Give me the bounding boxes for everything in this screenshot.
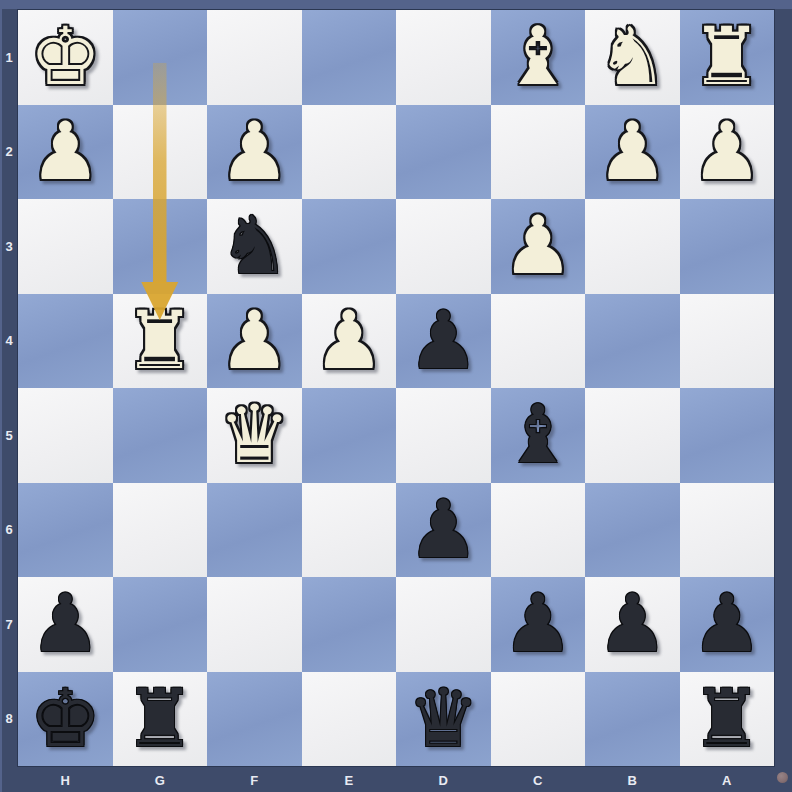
black-pawn-a7[interactable]: ♟ [691,577,763,672]
square-b8[interactable] [585,672,680,767]
square-g6[interactable] [113,483,208,578]
square-d6[interactable]: ♟ [396,483,491,578]
file-label-a: A [680,767,775,792]
square-b2[interactable]: ♟ [585,105,680,200]
white-rook-a1[interactable]: ♜ [691,10,763,105]
square-h1[interactable]: ♚ [18,10,113,105]
square-g4[interactable]: ♜ [113,294,208,389]
file-label-g: G [113,767,208,792]
square-b1[interactable]: ♞ [585,10,680,105]
white-pawn-h2[interactable]: ♟ [29,105,101,200]
square-g5[interactable] [113,388,208,483]
square-h7[interactable]: ♟ [18,577,113,672]
rank-label-4: 4 [0,294,18,389]
square-a4[interactable] [680,294,775,389]
rank-label-8: 8 [0,672,18,767]
square-b4[interactable] [585,294,680,389]
file-label-h: H [18,767,113,792]
white-pawn-f4[interactable]: ♟ [218,294,290,389]
square-e5[interactable] [302,388,397,483]
rank-label-3: 3 [0,199,18,294]
square-d3[interactable] [396,199,491,294]
square-b6[interactable] [585,483,680,578]
black-pawn-h7[interactable]: ♟ [29,577,101,672]
black-rook-a8[interactable]: ♜ [691,672,763,767]
white-bishop-c1[interactable]: ♝ [502,10,574,105]
square-d2[interactable] [396,105,491,200]
square-e6[interactable] [302,483,397,578]
white-rook-g4[interactable]: ♜ [124,294,196,389]
square-d4[interactable]: ♟ [396,294,491,389]
black-queen-d8[interactable]: ♛ [407,672,479,767]
chess-board[interactable]: ♚♝♞♜♟♟♟♟♞♟♜♟♟♟♛♝♟♟♟♟♟♚♜♛♜ [18,10,774,766]
square-e2[interactable] [302,105,397,200]
square-a3[interactable] [680,199,775,294]
square-c6[interactable] [491,483,586,578]
rank-label-6: 6 [0,483,18,578]
square-g7[interactable] [113,577,208,672]
square-d1[interactable] [396,10,491,105]
square-h8[interactable]: ♚ [18,672,113,767]
square-c5[interactable]: ♝ [491,388,586,483]
rank-label-1: 1 [0,10,18,105]
square-f8[interactable] [207,672,302,767]
black-pawn-d6[interactable]: ♟ [407,483,479,578]
square-e3[interactable] [302,199,397,294]
square-g3[interactable] [113,199,208,294]
rank-label-2: 2 [0,105,18,200]
square-h6[interactable] [18,483,113,578]
watermark-dot [777,772,788,783]
file-label-b: B [585,767,680,792]
square-c7[interactable]: ♟ [491,577,586,672]
square-e8[interactable] [302,672,397,767]
square-a6[interactable] [680,483,775,578]
white-pawn-e4[interactable]: ♟ [313,294,385,389]
square-d7[interactable] [396,577,491,672]
square-h5[interactable] [18,388,113,483]
white-queen-f5[interactable]: ♛ [218,388,290,483]
white-knight-b1[interactable]: ♞ [596,10,668,105]
square-e7[interactable] [302,577,397,672]
square-a1[interactable]: ♜ [680,10,775,105]
rank-label-7: 7 [0,577,18,672]
square-g1[interactable] [113,10,208,105]
square-f2[interactable]: ♟ [207,105,302,200]
black-pawn-d4[interactable]: ♟ [407,294,479,389]
square-c8[interactable] [491,672,586,767]
white-king-h1[interactable]: ♚ [29,10,101,105]
chess-board-screenshot: 12345678 ♚♝♞♜♟♟♟♟♞♟♜♟♟♟♛♝♟♟♟♟♟♚♜♛♜ HGFED… [0,0,792,792]
square-g2[interactable] [113,105,208,200]
square-a7[interactable]: ♟ [680,577,775,672]
square-f5[interactable]: ♛ [207,388,302,483]
white-pawn-a2[interactable]: ♟ [691,105,763,200]
black-rook-g8[interactable]: ♜ [124,672,196,767]
square-b3[interactable] [585,199,680,294]
square-c2[interactable] [491,105,586,200]
square-a2[interactable]: ♟ [680,105,775,200]
file-labels: HGFEDCBA [18,766,774,792]
black-pawn-c7[interactable]: ♟ [502,577,574,672]
square-f1[interactable] [207,10,302,105]
file-label-f: F [207,767,302,792]
file-label-d: D [396,767,491,792]
white-pawn-c3[interactable]: ♟ [502,199,574,294]
rank-labels: 12345678 [0,10,18,766]
square-c4[interactable] [491,294,586,389]
square-b5[interactable] [585,388,680,483]
square-b7[interactable]: ♟ [585,577,680,672]
square-d8[interactable]: ♛ [396,672,491,767]
black-bishop-c5[interactable]: ♝ [502,388,574,483]
square-e1[interactable] [302,10,397,105]
square-f6[interactable] [207,483,302,578]
square-h4[interactable] [18,294,113,389]
file-label-c: C [491,767,586,792]
square-h3[interactable] [18,199,113,294]
square-a8[interactable]: ♜ [680,672,775,767]
square-c1[interactable]: ♝ [491,10,586,105]
square-h2[interactable]: ♟ [18,105,113,200]
square-c3[interactable]: ♟ [491,199,586,294]
square-g8[interactable]: ♜ [113,672,208,767]
square-f3[interactable]: ♞ [207,199,302,294]
white-pawn-f2[interactable]: ♟ [218,105,290,200]
white-pawn-b2[interactable]: ♟ [596,105,668,200]
square-f4[interactable]: ♟ [207,294,302,389]
black-knight-f3[interactable]: ♞ [218,199,290,294]
square-f7[interactable] [207,577,302,672]
file-label-e: E [302,767,397,792]
black-king-h8[interactable]: ♚ [29,672,101,767]
square-a5[interactable] [680,388,775,483]
rank-label-5: 5 [0,388,18,483]
square-e4[interactable]: ♟ [302,294,397,389]
square-d5[interactable] [396,388,491,483]
black-pawn-b7[interactable]: ♟ [596,577,668,672]
